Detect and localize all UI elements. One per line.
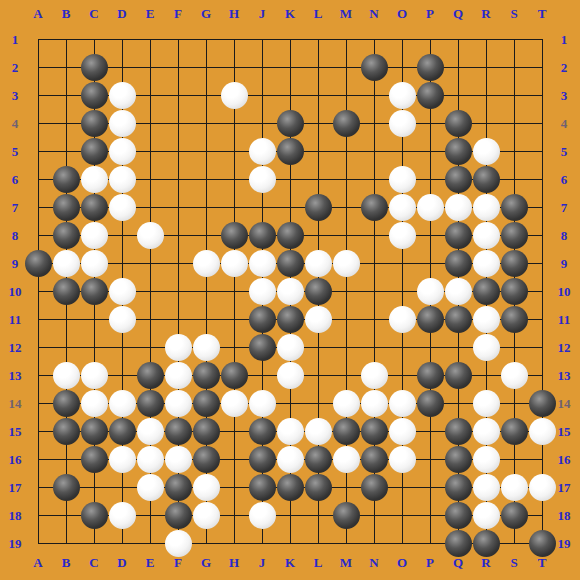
stone-white-G18[interactable] bbox=[193, 502, 220, 529]
stone-white-R5[interactable] bbox=[473, 138, 500, 165]
stone-black-R10[interactable] bbox=[473, 278, 500, 305]
col-label-top-M: M bbox=[340, 7, 352, 20]
stone-white-R17[interactable] bbox=[473, 474, 500, 501]
stone-black-Q16[interactable] bbox=[445, 446, 472, 473]
stone-black-F18[interactable] bbox=[165, 502, 192, 529]
stone-black-E13[interactable] bbox=[137, 362, 164, 389]
row-label-right-12: 12 bbox=[558, 341, 571, 354]
stone-white-L11[interactable] bbox=[305, 306, 332, 333]
stone-black-G16[interactable] bbox=[193, 446, 220, 473]
stone-white-C6[interactable] bbox=[81, 166, 108, 193]
stone-white-B9[interactable] bbox=[53, 250, 80, 277]
col-label-bottom-Q: Q bbox=[453, 556, 463, 569]
stone-black-S11[interactable] bbox=[501, 306, 528, 333]
row-label-left-13: 13 bbox=[9, 369, 22, 382]
stone-black-P14[interactable] bbox=[417, 390, 444, 417]
col-label-bottom-T: T bbox=[538, 556, 547, 569]
stone-white-M14[interactable] bbox=[333, 390, 360, 417]
stone-white-L15[interactable] bbox=[305, 418, 332, 445]
row-label-right-5: 5 bbox=[561, 145, 568, 158]
stone-black-C7[interactable] bbox=[81, 194, 108, 221]
col-label-bottom-B: B bbox=[62, 556, 71, 569]
row-label-left-12: 12 bbox=[9, 341, 22, 354]
stone-white-O16[interactable] bbox=[389, 446, 416, 473]
stone-white-C14[interactable] bbox=[81, 390, 108, 417]
row-label-right-2: 2 bbox=[561, 61, 568, 74]
stone-white-K15[interactable] bbox=[277, 418, 304, 445]
stone-white-O6[interactable] bbox=[389, 166, 416, 193]
stone-white-C13[interactable] bbox=[81, 362, 108, 389]
stone-black-C4[interactable] bbox=[81, 110, 108, 137]
stone-black-M4[interactable] bbox=[333, 110, 360, 137]
stone-black-M15[interactable] bbox=[333, 418, 360, 445]
row-label-left-10: 10 bbox=[9, 285, 22, 298]
stone-white-E15[interactable] bbox=[137, 418, 164, 445]
stone-white-G12[interactable] bbox=[193, 334, 220, 361]
stone-black-D15[interactable] bbox=[109, 418, 136, 445]
stone-white-F19[interactable] bbox=[165, 530, 192, 557]
stone-black-Q19[interactable] bbox=[445, 530, 472, 557]
stone-white-O3[interactable] bbox=[389, 82, 416, 109]
stone-black-K17[interactable] bbox=[277, 474, 304, 501]
stone-black-G14[interactable] bbox=[193, 390, 220, 417]
stone-black-K9[interactable] bbox=[277, 250, 304, 277]
col-label-bottom-K: K bbox=[285, 556, 295, 569]
row-label-right-17: 17 bbox=[558, 481, 571, 494]
stone-black-T14[interactable] bbox=[529, 390, 556, 417]
stone-white-M9[interactable] bbox=[333, 250, 360, 277]
stone-white-O4[interactable] bbox=[389, 110, 416, 137]
stone-white-C8[interactable] bbox=[81, 222, 108, 249]
col-label-top-T: T bbox=[538, 7, 547, 20]
stone-black-N15[interactable] bbox=[361, 418, 388, 445]
col-label-top-K: K bbox=[285, 7, 295, 20]
stone-white-R16[interactable] bbox=[473, 446, 500, 473]
row-label-right-10: 10 bbox=[558, 285, 571, 298]
stone-white-D6[interactable] bbox=[109, 166, 136, 193]
col-label-top-B: B bbox=[62, 7, 71, 20]
stone-white-R18[interactable] bbox=[473, 502, 500, 529]
stone-black-J11[interactable] bbox=[249, 306, 276, 333]
stone-white-O14[interactable] bbox=[389, 390, 416, 417]
stone-black-L7[interactable] bbox=[305, 194, 332, 221]
stone-black-K4[interactable] bbox=[277, 110, 304, 137]
stone-black-B6[interactable] bbox=[53, 166, 80, 193]
row-label-left-4: 4 bbox=[12, 117, 19, 130]
stone-white-L9[interactable] bbox=[305, 250, 332, 277]
stone-white-R15[interactable] bbox=[473, 418, 500, 445]
stone-black-J8[interactable] bbox=[249, 222, 276, 249]
row-label-right-14: 14 bbox=[558, 397, 571, 410]
stone-black-A9[interactable] bbox=[25, 250, 52, 277]
col-label-top-N: N bbox=[369, 7, 378, 20]
col-label-top-L: L bbox=[314, 7, 323, 20]
row-label-left-7: 7 bbox=[12, 201, 19, 214]
stone-white-P10[interactable] bbox=[417, 278, 444, 305]
stone-black-S7[interactable] bbox=[501, 194, 528, 221]
stone-white-K10[interactable] bbox=[277, 278, 304, 305]
col-label-bottom-M: M bbox=[340, 556, 352, 569]
stone-black-Q17[interactable] bbox=[445, 474, 472, 501]
stone-white-S13[interactable] bbox=[501, 362, 528, 389]
row-label-right-9: 9 bbox=[561, 257, 568, 270]
stone-white-G9[interactable] bbox=[193, 250, 220, 277]
stone-black-S10[interactable] bbox=[501, 278, 528, 305]
stone-black-K11[interactable] bbox=[277, 306, 304, 333]
stone-white-D4[interactable] bbox=[109, 110, 136, 137]
stone-white-D18[interactable] bbox=[109, 502, 136, 529]
stone-black-B15[interactable] bbox=[53, 418, 80, 445]
row-label-left-15: 15 bbox=[9, 425, 22, 438]
stone-black-H13[interactable] bbox=[221, 362, 248, 389]
stone-white-K13[interactable] bbox=[277, 362, 304, 389]
stone-white-R8[interactable] bbox=[473, 222, 500, 249]
col-label-bottom-G: G bbox=[201, 556, 211, 569]
stone-black-Q18[interactable] bbox=[445, 502, 472, 529]
stone-black-C18[interactable] bbox=[81, 502, 108, 529]
stone-black-J15[interactable] bbox=[249, 418, 276, 445]
stone-black-B17[interactable] bbox=[53, 474, 80, 501]
stone-white-D16[interactable] bbox=[109, 446, 136, 473]
col-label-bottom-O: O bbox=[397, 556, 407, 569]
stone-black-N7[interactable] bbox=[361, 194, 388, 221]
stone-black-F17[interactable] bbox=[165, 474, 192, 501]
row-label-left-17: 17 bbox=[9, 481, 22, 494]
stone-black-B8[interactable] bbox=[53, 222, 80, 249]
stone-white-K12[interactable] bbox=[277, 334, 304, 361]
col-label-bottom-H: H bbox=[229, 556, 239, 569]
stone-white-Q7[interactable] bbox=[445, 194, 472, 221]
stone-black-Q8[interactable] bbox=[445, 222, 472, 249]
stone-black-H8[interactable] bbox=[221, 222, 248, 249]
col-label-bottom-A: A bbox=[33, 556, 42, 569]
stone-black-R19[interactable] bbox=[473, 530, 500, 557]
stone-white-F13[interactable] bbox=[165, 362, 192, 389]
go-board: ABCDEFGHJKLMNOPQRST ABCDEFGHJKLMNOPQRST … bbox=[0, 0, 580, 580]
stone-black-Q5[interactable] bbox=[445, 138, 472, 165]
stone-white-N13[interactable] bbox=[361, 362, 388, 389]
stone-white-D11[interactable] bbox=[109, 306, 136, 333]
stone-white-J14[interactable] bbox=[249, 390, 276, 417]
stone-white-J6[interactable] bbox=[249, 166, 276, 193]
stone-white-O15[interactable] bbox=[389, 418, 416, 445]
stone-white-D10[interactable] bbox=[109, 278, 136, 305]
stone-black-C5[interactable] bbox=[81, 138, 108, 165]
row-label-right-15: 15 bbox=[558, 425, 571, 438]
col-label-top-G: G bbox=[201, 7, 211, 20]
stone-black-Q15[interactable] bbox=[445, 418, 472, 445]
stone-white-B13[interactable] bbox=[53, 362, 80, 389]
stone-white-F16[interactable] bbox=[165, 446, 192, 473]
col-label-bottom-L: L bbox=[314, 556, 323, 569]
col-label-bottom-P: P bbox=[426, 556, 434, 569]
stone-white-D3[interactable] bbox=[109, 82, 136, 109]
row-label-left-19: 19 bbox=[9, 537, 22, 550]
stone-black-J12[interactable] bbox=[249, 334, 276, 361]
col-label-bottom-D: D bbox=[117, 556, 126, 569]
stone-black-S9[interactable] bbox=[501, 250, 528, 277]
stone-black-Q6[interactable] bbox=[445, 166, 472, 193]
col-label-top-P: P bbox=[426, 7, 434, 20]
stone-white-P7[interactable] bbox=[417, 194, 444, 221]
row-label-left-14: 14 bbox=[9, 397, 22, 410]
stone-white-T17[interactable] bbox=[529, 474, 556, 501]
stone-black-C15[interactable] bbox=[81, 418, 108, 445]
stone-white-E17[interactable] bbox=[137, 474, 164, 501]
stone-black-L17[interactable] bbox=[305, 474, 332, 501]
stone-white-F14[interactable] bbox=[165, 390, 192, 417]
stone-black-K8[interactable] bbox=[277, 222, 304, 249]
row-label-right-4: 4 bbox=[561, 117, 568, 130]
row-label-right-18: 18 bbox=[558, 509, 571, 522]
col-label-bottom-E: E bbox=[146, 556, 155, 569]
stone-white-H9[interactable] bbox=[221, 250, 248, 277]
stone-white-D14[interactable] bbox=[109, 390, 136, 417]
stone-black-L16[interactable] bbox=[305, 446, 332, 473]
stone-black-Q4[interactable] bbox=[445, 110, 472, 137]
stone-black-E14[interactable] bbox=[137, 390, 164, 417]
stone-black-N2[interactable] bbox=[361, 54, 388, 81]
stone-black-N17[interactable] bbox=[361, 474, 388, 501]
stone-white-Q10[interactable] bbox=[445, 278, 472, 305]
col-label-bottom-C: C bbox=[89, 556, 98, 569]
row-label-right-16: 16 bbox=[558, 453, 571, 466]
stone-white-J10[interactable] bbox=[249, 278, 276, 305]
stone-white-R9[interactable] bbox=[473, 250, 500, 277]
row-label-right-6: 6 bbox=[561, 173, 568, 186]
stone-black-C3[interactable] bbox=[81, 82, 108, 109]
stone-white-H3[interactable] bbox=[221, 82, 248, 109]
col-label-bottom-S: S bbox=[510, 556, 517, 569]
stone-white-S17[interactable] bbox=[501, 474, 528, 501]
stone-black-M18[interactable] bbox=[333, 502, 360, 529]
stone-white-R7[interactable] bbox=[473, 194, 500, 221]
stone-white-D5[interactable] bbox=[109, 138, 136, 165]
row-label-left-1: 1 bbox=[12, 33, 19, 46]
stone-white-O11[interactable] bbox=[389, 306, 416, 333]
col-label-top-Q: Q bbox=[453, 7, 463, 20]
stone-black-C16[interactable] bbox=[81, 446, 108, 473]
col-label-top-R: R bbox=[481, 7, 490, 20]
stone-black-P2[interactable] bbox=[417, 54, 444, 81]
row-label-right-11: 11 bbox=[558, 313, 570, 326]
row-label-right-13: 13 bbox=[558, 369, 571, 382]
stone-white-O7[interactable] bbox=[389, 194, 416, 221]
row-label-left-11: 11 bbox=[9, 313, 21, 326]
stone-black-B10[interactable] bbox=[53, 278, 80, 305]
row-label-right-1: 1 bbox=[561, 33, 568, 46]
col-label-top-H: H bbox=[229, 7, 239, 20]
stone-black-G13[interactable] bbox=[193, 362, 220, 389]
stone-black-R6[interactable] bbox=[473, 166, 500, 193]
stone-white-F12[interactable] bbox=[165, 334, 192, 361]
col-label-top-O: O bbox=[397, 7, 407, 20]
stone-black-B7[interactable] bbox=[53, 194, 80, 221]
col-label-bottom-J: J bbox=[259, 556, 266, 569]
stone-white-N14[interactable] bbox=[361, 390, 388, 417]
col-label-top-S: S bbox=[510, 7, 517, 20]
row-label-right-19: 19 bbox=[558, 537, 571, 550]
stone-black-C10[interactable] bbox=[81, 278, 108, 305]
stone-black-Q9[interactable] bbox=[445, 250, 472, 277]
stone-black-J16[interactable] bbox=[249, 446, 276, 473]
row-label-left-9: 9 bbox=[12, 257, 19, 270]
stone-white-R11[interactable] bbox=[473, 306, 500, 333]
stone-white-R14[interactable] bbox=[473, 390, 500, 417]
stone-white-M16[interactable] bbox=[333, 446, 360, 473]
stone-black-S15[interactable] bbox=[501, 418, 528, 445]
row-label-left-18: 18 bbox=[9, 509, 22, 522]
stone-black-S8[interactable] bbox=[501, 222, 528, 249]
stone-black-K5[interactable] bbox=[277, 138, 304, 165]
stone-black-N16[interactable] bbox=[361, 446, 388, 473]
stone-white-K16[interactable] bbox=[277, 446, 304, 473]
stone-black-C2[interactable] bbox=[81, 54, 108, 81]
col-label-bottom-R: R bbox=[481, 556, 490, 569]
stone-black-P11[interactable] bbox=[417, 306, 444, 333]
col-label-bottom-F: F bbox=[174, 556, 182, 569]
col-label-top-J: J bbox=[259, 7, 266, 20]
col-label-top-D: D bbox=[117, 7, 126, 20]
col-label-top-E: E bbox=[146, 7, 155, 20]
col-label-top-A: A bbox=[33, 7, 42, 20]
stone-white-R12[interactable] bbox=[473, 334, 500, 361]
stone-white-J18[interactable] bbox=[249, 502, 276, 529]
stone-black-G15[interactable] bbox=[193, 418, 220, 445]
col-label-top-F: F bbox=[174, 7, 182, 20]
stone-black-P13[interactable] bbox=[417, 362, 444, 389]
stone-black-P3[interactable] bbox=[417, 82, 444, 109]
stone-black-L10[interactable] bbox=[305, 278, 332, 305]
stone-white-J9[interactable] bbox=[249, 250, 276, 277]
col-label-top-C: C bbox=[89, 7, 98, 20]
row-label-right-8: 8 bbox=[561, 229, 568, 242]
col-label-bottom-N: N bbox=[369, 556, 378, 569]
stone-black-Q13[interactable] bbox=[445, 362, 472, 389]
stone-white-D7[interactable] bbox=[109, 194, 136, 221]
row-label-left-5: 5 bbox=[12, 145, 19, 158]
row-label-left-2: 2 bbox=[12, 61, 19, 74]
stone-black-S18[interactable] bbox=[501, 502, 528, 529]
stone-white-H14[interactable] bbox=[221, 390, 248, 417]
row-label-left-8: 8 bbox=[12, 229, 19, 242]
stone-white-O8[interactable] bbox=[389, 222, 416, 249]
row-label-left-6: 6 bbox=[12, 173, 19, 186]
row-label-right-3: 3 bbox=[561, 89, 568, 102]
stone-black-J17[interactable] bbox=[249, 474, 276, 501]
stone-white-E16[interactable] bbox=[137, 446, 164, 473]
stone-black-Q11[interactable] bbox=[445, 306, 472, 333]
stone-white-T15[interactable] bbox=[529, 418, 556, 445]
stone-black-T19[interactable] bbox=[529, 530, 556, 557]
row-label-left-16: 16 bbox=[9, 453, 22, 466]
row-label-left-3: 3 bbox=[12, 89, 19, 102]
stone-white-G17[interactable] bbox=[193, 474, 220, 501]
stone-white-J5[interactable] bbox=[249, 138, 276, 165]
stone-black-B14[interactable] bbox=[53, 390, 80, 417]
stone-white-E8[interactable] bbox=[137, 222, 164, 249]
stone-black-F15[interactable] bbox=[165, 418, 192, 445]
stone-white-C9[interactable] bbox=[81, 250, 108, 277]
row-label-right-7: 7 bbox=[561, 201, 568, 214]
